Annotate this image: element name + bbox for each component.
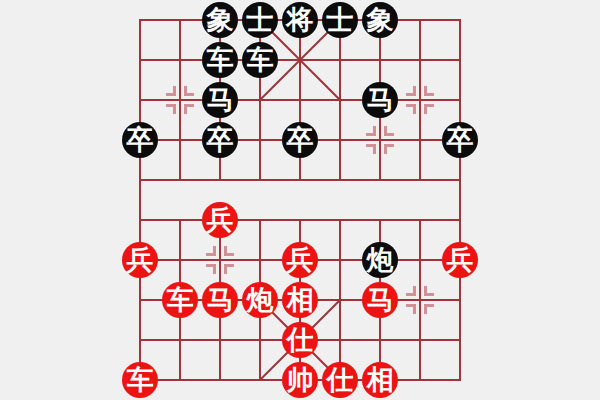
red-elephant-piece[interactable]: 相 [282,282,318,318]
board-point[interactable] [280,160,320,200]
board-point[interactable] [200,160,240,200]
board-point[interactable] [440,160,480,200]
board-point[interactable] [400,200,440,240]
board-point[interactable] [440,360,480,400]
board-point[interactable] [160,320,200,360]
board-point[interactable] [400,240,440,280]
board-point[interactable] [360,200,400,240]
red-general-piece[interactable]: 帅 [282,362,318,398]
board-point[interactable] [320,160,360,200]
board-point[interactable] [400,160,440,200]
board-point[interactable]: 车 [160,280,200,320]
board-point[interactable]: 仕 [280,320,320,360]
board-point[interactable]: 相 [280,280,320,320]
black-chariot-piece[interactable]: 车 [202,42,238,78]
board-point[interactable] [440,40,480,80]
board-point[interactable]: 士 [240,0,280,40]
board-point[interactable]: 车 [120,360,160,400]
black-soldier-piece[interactable]: 卒 [202,122,238,158]
board-point[interactable] [440,280,480,320]
board-point[interactable] [320,200,360,240]
red-horse-piece[interactable]: 马 [362,282,398,318]
board-point[interactable] [200,360,240,400]
board-point[interactable] [280,200,320,240]
board-point[interactable] [440,320,480,360]
red-cannon-piece[interactable]: 炮 [242,282,278,318]
board-point[interactable] [160,40,200,80]
red-soldier-piece[interactable]: 兵 [202,202,238,238]
board-point[interactable] [320,320,360,360]
board-point[interactable]: 车 [200,40,240,80]
board-point[interactable] [240,360,280,400]
board-point[interactable] [240,240,280,280]
board-point[interactable]: 马 [360,80,400,120]
board-point[interactable]: 象 [360,0,400,40]
board-point[interactable] [120,80,160,120]
board-point[interactable] [440,80,480,120]
black-chariot-piece[interactable]: 车 [242,42,278,78]
board-point[interactable] [240,200,280,240]
black-horse-piece[interactable]: 马 [362,82,398,118]
board-point[interactable]: 马 [360,280,400,320]
board-point[interactable]: 炮 [240,280,280,320]
board-point[interactable] [160,120,200,160]
board-point[interactable] [320,280,360,320]
red-chariot-piece[interactable]: 车 [162,282,198,318]
board-point[interactable] [160,200,200,240]
board-point[interactable]: 马 [200,280,240,320]
red-soldier-piece[interactable]: 兵 [122,242,158,278]
board-point[interactable]: 卒 [440,120,480,160]
xiangqi-board: 象士将士象车车马马卒卒卒卒兵兵兵炮兵车马炮相马仕车帅仕相 [0,0,600,400]
board-point[interactable] [120,280,160,320]
red-soldier-piece[interactable]: 兵 [282,242,318,278]
board-point[interactable] [320,120,360,160]
black-soldier-piece[interactable]: 卒 [442,122,478,158]
board-point[interactable] [360,160,400,200]
board-point[interactable]: 士 [320,0,360,40]
board-point[interactable]: 卒 [120,120,160,160]
board-point[interactable] [280,40,320,80]
board-point[interactable]: 卒 [280,120,320,160]
black-advisor-piece[interactable]: 士 [242,2,278,38]
board-point[interactable] [400,120,440,160]
board-point[interactable] [400,0,440,40]
board-point[interactable] [320,40,360,80]
board-point[interactable] [440,200,480,240]
board-point[interactable]: 象 [200,0,240,40]
black-elephant-piece[interactable]: 象 [362,2,398,38]
board-point[interactable] [400,80,440,120]
board-point[interactable] [120,0,160,40]
board-point[interactable] [200,240,240,280]
board-point[interactable] [320,80,360,120]
board-point[interactable] [160,360,200,400]
board-point[interactable] [400,280,440,320]
board-point[interactable] [160,160,200,200]
board-point[interactable] [240,160,280,200]
board-point[interactable] [400,40,440,80]
board-point[interactable]: 马 [200,80,240,120]
board-point[interactable] [400,320,440,360]
board-point[interactable] [240,320,280,360]
red-elephant-piece[interactable]: 相 [362,362,398,398]
board-point[interactable] [360,120,400,160]
red-advisor-piece[interactable]: 仕 [282,322,318,358]
black-general-piece[interactable]: 将 [282,2,318,38]
red-horse-piece[interactable]: 马 [202,282,238,318]
black-elephant-piece[interactable]: 象 [202,2,238,38]
board-point[interactable]: 仕 [320,360,360,400]
red-soldier-piece[interactable]: 兵 [442,242,478,278]
board-point[interactable] [280,80,320,120]
board-point[interactable]: 兵 [120,240,160,280]
black-horse-piece[interactable]: 马 [202,82,238,118]
board-points: 象士将士象车车马马卒卒卒卒兵兵兵炮兵车马炮相马仕车帅仕相 [120,0,480,400]
black-cannon-piece[interactable]: 炮 [362,242,398,278]
board-point[interactable]: 帅 [280,360,320,400]
board-point[interactable] [120,40,160,80]
black-advisor-piece[interactable]: 士 [322,2,358,38]
board-point[interactable] [240,80,280,120]
red-advisor-piece[interactable]: 仕 [322,362,358,398]
board-point[interactable] [120,320,160,360]
board-point[interactable] [440,0,480,40]
board-point[interactable] [240,120,280,160]
board-point[interactable] [120,200,160,240]
board-point[interactable]: 将 [280,0,320,40]
board-point[interactable] [200,320,240,360]
board-point[interactable] [160,240,200,280]
black-soldier-piece[interactable]: 卒 [282,122,318,158]
board-point[interactable] [360,40,400,80]
board-point[interactable]: 炮 [360,240,400,280]
board-point[interactable] [160,0,200,40]
board-point[interactable]: 车 [240,40,280,80]
board-point[interactable]: 兵 [440,240,480,280]
red-chariot-piece[interactable]: 车 [122,362,158,398]
board-point[interactable]: 兵 [200,200,240,240]
board-point[interactable]: 相 [360,360,400,400]
board-point[interactable]: 兵 [280,240,320,280]
board-point[interactable]: 卒 [200,120,240,160]
board-point[interactable] [160,80,200,120]
board-point[interactable] [400,360,440,400]
black-soldier-piece[interactable]: 卒 [122,122,158,158]
board-point[interactable] [120,160,160,200]
board-point[interactable] [360,320,400,360]
board-point[interactable] [320,240,360,280]
